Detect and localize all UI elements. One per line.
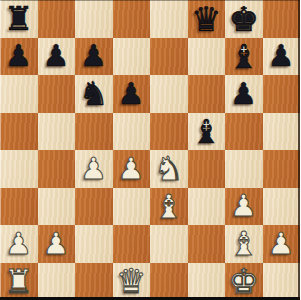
piece-black-pawn-g6[interactable]: ♟ xyxy=(225,75,263,113)
square-h2[interactable]: ♟ xyxy=(263,225,301,263)
piece-white-knight-e4[interactable]: ♞ xyxy=(150,150,188,188)
square-a8[interactable]: ♜ xyxy=(0,0,38,38)
piece-black-pawn-b7[interactable]: ♟ xyxy=(38,38,76,76)
square-c7[interactable]: ♟ xyxy=(75,38,113,76)
square-f4[interactable] xyxy=(188,150,226,188)
square-f5[interactable]: ♝ xyxy=(188,113,226,151)
square-h6[interactable] xyxy=(263,75,301,113)
piece-white-pawn-h2[interactable]: ♟ xyxy=(263,225,301,263)
square-d1[interactable]: ♛ xyxy=(113,263,151,300)
piece-black-pawn-h7[interactable]: ♟ xyxy=(263,38,301,76)
square-d6[interactable]: ♟ xyxy=(113,75,151,113)
square-a6[interactable] xyxy=(0,75,38,113)
square-a3[interactable] xyxy=(0,188,38,226)
square-c4[interactable]: ♟ xyxy=(75,150,113,188)
square-a4[interactable] xyxy=(0,150,38,188)
square-b6[interactable] xyxy=(38,75,76,113)
square-a2[interactable]: ♟ xyxy=(0,225,38,263)
square-f8[interactable]: ♛ xyxy=(188,0,226,38)
piece-black-king-g8[interactable]: ♚ xyxy=(225,0,263,38)
square-a5[interactable] xyxy=(0,113,38,151)
square-d4[interactable]: ♟ xyxy=(113,150,151,188)
piece-white-pawn-b2[interactable]: ♟ xyxy=(38,225,76,263)
square-g7[interactable]: ♝ xyxy=(225,38,263,76)
square-c6[interactable]: ♞ xyxy=(75,75,113,113)
square-h5[interactable] xyxy=(263,113,301,151)
square-f6[interactable] xyxy=(188,75,226,113)
square-h3[interactable] xyxy=(263,188,301,226)
piece-white-bishop-e3[interactable]: ♝ xyxy=(150,188,188,226)
square-f3[interactable] xyxy=(188,188,226,226)
piece-white-queen-d1[interactable]: ♛ xyxy=(113,263,151,300)
square-f7[interactable] xyxy=(188,38,226,76)
piece-white-pawn-d4[interactable]: ♟ xyxy=(113,150,151,188)
piece-black-queen-f8[interactable]: ♛ xyxy=(188,0,226,38)
square-e1[interactable] xyxy=(150,263,188,300)
piece-white-pawn-a2[interactable]: ♟ xyxy=(0,225,38,263)
square-e8[interactable] xyxy=(150,0,188,38)
square-e6[interactable] xyxy=(150,75,188,113)
square-g4[interactable] xyxy=(225,150,263,188)
square-g8[interactable]: ♚ xyxy=(225,0,263,38)
square-c5[interactable] xyxy=(75,113,113,151)
square-h7[interactable]: ♟ xyxy=(263,38,301,76)
square-d3[interactable] xyxy=(113,188,151,226)
board-top-edge xyxy=(0,0,300,1)
board-left-edge xyxy=(0,0,1,300)
square-d2[interactable] xyxy=(113,225,151,263)
square-b5[interactable] xyxy=(38,113,76,151)
square-b8[interactable] xyxy=(38,0,76,38)
square-c3[interactable] xyxy=(75,188,113,226)
square-b3[interactable] xyxy=(38,188,76,226)
square-c2[interactable] xyxy=(75,225,113,263)
square-e7[interactable] xyxy=(150,38,188,76)
square-h4[interactable] xyxy=(263,150,301,188)
piece-white-rook-a1[interactable]: ♜ xyxy=(0,263,38,300)
board-right-edge xyxy=(298,0,300,300)
square-b4[interactable] xyxy=(38,150,76,188)
square-g1[interactable]: ♚ xyxy=(225,263,263,300)
piece-white-pawn-g3[interactable]: ♟ xyxy=(225,188,263,226)
piece-black-pawn-c7[interactable]: ♟ xyxy=(75,38,113,76)
square-h8[interactable] xyxy=(263,0,301,38)
square-g2[interactable]: ♝ xyxy=(225,225,263,263)
square-e2[interactable] xyxy=(150,225,188,263)
piece-black-bishop-g7[interactable]: ♝ xyxy=(225,38,263,76)
square-b1[interactable] xyxy=(38,263,76,300)
square-d7[interactable] xyxy=(113,38,151,76)
square-e4[interactable]: ♞ xyxy=(150,150,188,188)
square-e5[interactable] xyxy=(150,113,188,151)
piece-black-bishop-f5[interactable]: ♝ xyxy=(188,113,226,151)
piece-black-pawn-a7[interactable]: ♟ xyxy=(0,38,38,76)
square-f2[interactable] xyxy=(188,225,226,263)
square-h1[interactable] xyxy=(263,263,301,300)
square-b7[interactable]: ♟ xyxy=(38,38,76,76)
square-d8[interactable] xyxy=(113,0,151,38)
piece-white-bishop-g2[interactable]: ♝ xyxy=(225,225,263,263)
square-d5[interactable] xyxy=(113,113,151,151)
square-b2[interactable]: ♟ xyxy=(38,225,76,263)
square-f1[interactable] xyxy=(188,263,226,300)
piece-black-pawn-d6[interactable]: ♟ xyxy=(113,75,151,113)
piece-black-rook-a8[interactable]: ♜ xyxy=(0,0,38,38)
piece-white-king-g1[interactable]: ♚ xyxy=(225,263,263,300)
board-frame: ♜♛♚♟♟♟♝♟♞♟♟♝♟♟♞♝♟♟♟♝♟♜♛♚ xyxy=(0,0,300,300)
square-e3[interactable]: ♝ xyxy=(150,188,188,226)
square-g5[interactable] xyxy=(225,113,263,151)
square-a1[interactable]: ♜ xyxy=(0,263,38,300)
square-c8[interactable] xyxy=(75,0,113,38)
chess-board: ♜♛♚♟♟♟♝♟♞♟♟♝♟♟♞♝♟♟♟♝♟♜♛♚ xyxy=(0,0,300,300)
piece-black-knight-c6[interactable]: ♞ xyxy=(75,75,113,113)
square-g3[interactable]: ♟ xyxy=(225,188,263,226)
piece-white-pawn-c4[interactable]: ♟ xyxy=(75,150,113,188)
square-a7[interactable]: ♟ xyxy=(0,38,38,76)
square-c1[interactable] xyxy=(75,263,113,300)
square-g6[interactable]: ♟ xyxy=(225,75,263,113)
